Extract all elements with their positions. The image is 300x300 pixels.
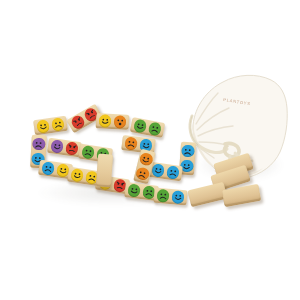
domino-pip-green-sad: [147, 121, 162, 136]
domino-pip-purple-sad: [32, 137, 45, 150]
domino-pip-green-happy: [132, 118, 147, 133]
domino-pip-purple-happy: [50, 139, 64, 153]
domino-pip-orange-surprised: [113, 115, 126, 128]
domino-pip-blue-happy: [171, 190, 184, 203]
domino-pip-blue-sad: [181, 144, 194, 157]
domino-pip-yellow-happy: [98, 114, 111, 127]
domino-pip-red-angry: [64, 141, 78, 155]
domino-tile[interactable]: [148, 161, 183, 180]
domino-pip-blue-sad: [165, 165, 179, 179]
domino-tile[interactable]: [95, 113, 129, 130]
domino-pip-yellow-happy: [69, 168, 83, 182]
domino-pip-blue-sad: [41, 161, 55, 175]
domino-pip-yellow-happy: [36, 119, 50, 133]
domino-pip-red-angry: [69, 113, 86, 130]
domino-pip-green-happy: [127, 183, 141, 197]
domino-pip-orange-happy: [138, 151, 153, 166]
domino-tile[interactable]: [153, 187, 187, 205]
domino-tile[interactable]: [133, 148, 156, 184]
domino-tile[interactable]: [129, 116, 164, 137]
domino-pip-yellow-sad: [50, 117, 64, 131]
edge-on-blank-tile[interactable]: [95, 153, 112, 187]
domino-pip-orange-sad: [135, 166, 150, 181]
domino-pip-green-sad: [80, 145, 94, 159]
domino-pip-orange-sad: [124, 136, 138, 150]
domino-tile[interactable]: [47, 137, 82, 156]
domino-tile[interactable]: [33, 115, 68, 134]
domino-pip-green-sad: [156, 189, 169, 202]
product-photo-stage: PLANTOYS: [0, 0, 300, 300]
